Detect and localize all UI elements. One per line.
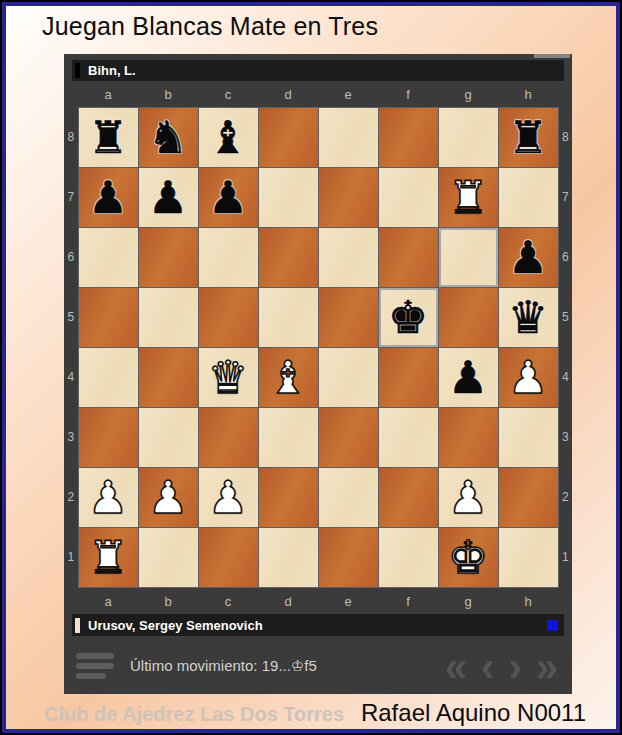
square-c3[interactable]: [199, 408, 258, 467]
square-h5[interactable]: ♛: [499, 288, 558, 347]
square-d3[interactable]: [259, 408, 318, 467]
square-b3[interactable]: [139, 408, 198, 467]
prev-move-button[interactable]: ‹: [481, 645, 494, 687]
square-c4[interactable]: ♛: [199, 348, 258, 407]
square-g5[interactable]: [439, 288, 498, 347]
square-h2[interactable]: [499, 468, 558, 527]
scrollbar-strip[interactable]: [534, 54, 570, 58]
square-a7[interactable]: ♟: [79, 168, 138, 227]
square-a3[interactable]: [79, 408, 138, 467]
white-side-chip: [75, 618, 80, 633]
file-label-f: f: [378, 594, 438, 609]
piece-white-king[interactable]: ♚: [448, 528, 488, 587]
rank-label-4: 4: [64, 370, 78, 384]
piece-black-knight[interactable]: ♞: [148, 108, 188, 167]
file-label-a: a: [78, 87, 138, 102]
square-f4[interactable]: [379, 348, 438, 407]
piece-black-queen[interactable]: ♛: [508, 288, 548, 347]
rank-label-7: 7: [64, 190, 78, 204]
file-label-b: b: [138, 87, 198, 102]
square-h6[interactable]: ♟: [499, 228, 558, 287]
file-label-a: a: [78, 594, 138, 609]
square-c5[interactable]: [199, 288, 258, 347]
square-f7[interactable]: [379, 168, 438, 227]
square-g2[interactable]: ♟: [439, 468, 498, 527]
author-credit: Rafael Aquino N0011: [361, 699, 586, 727]
rank-label-7: 7: [559, 190, 573, 204]
club-watermark: Club de Ajedrez Las Dos Torres: [44, 703, 344, 726]
piece-white-queen[interactable]: ♛: [208, 348, 248, 407]
square-c6[interactable]: [199, 228, 258, 287]
square-g8[interactable]: [439, 108, 498, 167]
square-c1[interactable]: [199, 528, 258, 587]
square-g4[interactable]: ♟: [439, 348, 498, 407]
square-e1[interactable]: [319, 528, 378, 587]
square-f8[interactable]: [379, 108, 438, 167]
page-title: Juegan Blancas Mate en Tres: [42, 12, 378, 41]
square-e6[interactable]: [319, 228, 378, 287]
rank-label-8: 8: [559, 130, 573, 144]
piece-white-pawn[interactable]: ♟: [148, 468, 188, 527]
file-coordinates-top: abcdefgh: [78, 81, 572, 107]
square-a2[interactable]: ♟: [79, 468, 138, 527]
square-a1[interactable]: ♜: [79, 528, 138, 587]
rank-label-2: 2: [64, 490, 78, 504]
square-g7[interactable]: ♜: [439, 168, 498, 227]
square-b8[interactable]: ♞: [139, 108, 198, 167]
square-d2[interactable]: [259, 468, 318, 527]
square-a8[interactable]: ♜: [79, 108, 138, 167]
menu-icon[interactable]: [76, 653, 114, 679]
square-d5[interactable]: [259, 288, 318, 347]
square-e5[interactable]: [319, 288, 378, 347]
square-g3[interactable]: [439, 408, 498, 467]
piece-black-pawn[interactable]: ♟: [448, 348, 488, 407]
next-move-button[interactable]: ›: [508, 645, 521, 687]
file-label-c: c: [198, 594, 258, 609]
square-h7[interactable]: [499, 168, 558, 227]
file-label-g: g: [438, 87, 498, 102]
top-player-bar: Bihn, L.: [72, 60, 564, 81]
rank-label-8: 8: [64, 130, 78, 144]
bottom-player-bar: Urusov, Sergey Semenovich: [72, 614, 564, 636]
square-d4[interactable]: ♝: [259, 348, 318, 407]
file-label-d: d: [258, 87, 318, 102]
file-label-e: e: [318, 87, 378, 102]
square-b7[interactable]: ♟: [139, 168, 198, 227]
bottom-player-name: Urusov, Sergey Semenovich: [88, 618, 263, 633]
rank-label-5: 5: [559, 310, 573, 324]
square-h3[interactable]: [499, 408, 558, 467]
piece-black-pawn[interactable]: ♟: [208, 168, 248, 227]
square-b1[interactable]: [139, 528, 198, 587]
square-b2[interactable]: ♟: [139, 468, 198, 527]
file-label-h: h: [498, 87, 558, 102]
piece-black-king[interactable]: ♚: [388, 288, 428, 347]
square-a5[interactable]: [79, 288, 138, 347]
file-label-e: e: [318, 594, 378, 609]
rank-label-2: 2: [559, 490, 573, 504]
rank-label-1: 1: [559, 550, 573, 564]
menu-icon-bar: [76, 673, 106, 679]
turn-indicator-square: [547, 620, 558, 631]
chess-board[interactable]: ♜♞♝♜♟♟♟♜♟♚♛♛♝♟♟♟♟♟♟♜♚: [78, 107, 559, 588]
piece-black-rook[interactable]: ♜: [88, 108, 128, 167]
piece-white-rook[interactable]: ♜: [88, 528, 128, 587]
rank-label-1: 1: [64, 550, 78, 564]
board-area: 87654321 ♜♞♝♜♟♟♟♜♟♚♛♛♝♟♟♟♟♟♟♜♚ 87654321: [64, 107, 572, 588]
board-toolbar: Último movimiento: 19...♔f5 «‹›»: [74, 645, 562, 687]
square-d7[interactable]: [259, 168, 318, 227]
piece-black-rook[interactable]: ♜: [508, 108, 548, 167]
square-c8[interactable]: ♝: [199, 108, 258, 167]
square-d8[interactable]: [259, 108, 318, 167]
black-side-chip: [75, 63, 80, 78]
square-f3[interactable]: [379, 408, 438, 467]
square-b5[interactable]: [139, 288, 198, 347]
piece-white-rook[interactable]: ♜: [448, 168, 488, 227]
chess-board-panel: Bihn, L. abcdefgh 87654321 ♜♞♝♜♟♟♟♜♟♚♛♛♝…: [64, 54, 572, 694]
piece-white-pawn[interactable]: ♟: [448, 468, 488, 527]
rank-label-6: 6: [64, 250, 78, 264]
rank-label-6: 6: [559, 250, 573, 264]
square-c2[interactable]: ♟: [199, 468, 258, 527]
square-h1[interactable]: [499, 528, 558, 587]
square-f6[interactable]: [379, 228, 438, 287]
piece-white-pawn[interactable]: ♟: [208, 468, 248, 527]
piece-white-bishop[interactable]: ♝: [268, 348, 308, 407]
square-c7[interactable]: ♟: [199, 168, 258, 227]
menu-icon-bar: [76, 663, 114, 669]
square-f5[interactable]: ♚: [379, 288, 438, 347]
rank-label-3: 3: [559, 430, 573, 444]
menu-icon-bar: [76, 653, 114, 659]
file-label-f: f: [378, 87, 438, 102]
square-h8[interactable]: ♜: [499, 108, 558, 167]
square-b6[interactable]: [139, 228, 198, 287]
square-e3[interactable]: [319, 408, 378, 467]
file-label-c: c: [198, 87, 258, 102]
rank-label-5: 5: [64, 310, 78, 324]
top-player-name: Bihn, L.: [88, 63, 136, 78]
square-g6[interactable]: [439, 228, 498, 287]
move-navigation: «‹›»: [445, 646, 558, 686]
piece-white-pawn[interactable]: ♟: [88, 468, 128, 527]
square-e4[interactable]: [319, 348, 378, 407]
rank-label-3: 3: [64, 430, 78, 444]
first-move-button[interactable]: «: [445, 645, 467, 687]
square-d6[interactable]: [259, 228, 318, 287]
piece-black-pawn[interactable]: ♟: [88, 168, 128, 227]
square-e7[interactable]: [319, 168, 378, 227]
footer: Club de Ajedrez Las Dos Torres Rafael Aq…: [2, 699, 620, 727]
square-f2[interactable]: [379, 468, 438, 527]
square-e2[interactable]: [319, 468, 378, 527]
square-b4[interactable]: [139, 348, 198, 407]
file-label-h: h: [498, 594, 558, 609]
file-label-b: b: [138, 594, 198, 609]
rank-coordinates-right: 87654321: [559, 107, 573, 588]
piece-black-pawn[interactable]: ♟: [148, 168, 188, 227]
rank-label-4: 4: [559, 370, 573, 384]
last-move-label: Último movimiento: 19...♔f5: [130, 657, 317, 675]
square-e8[interactable]: [319, 108, 378, 167]
square-a6[interactable]: [79, 228, 138, 287]
last-move-button[interactable]: »: [536, 645, 558, 687]
square-a4[interactable]: [79, 348, 138, 407]
piece-black-pawn[interactable]: ♟: [508, 228, 548, 287]
file-label-d: d: [258, 594, 318, 609]
rank-coordinates-left: 87654321: [64, 107, 78, 588]
file-label-g: g: [438, 594, 498, 609]
square-h4[interactable]: ♟: [499, 348, 558, 407]
piece-black-bishop[interactable]: ♝: [208, 108, 248, 167]
square-d1[interactable]: [259, 528, 318, 587]
square-f1[interactable]: [379, 528, 438, 587]
file-coordinates-bottom: abcdefgh: [78, 588, 572, 614]
square-g1[interactable]: ♚: [439, 528, 498, 587]
piece-white-pawn[interactable]: ♟: [508, 348, 548, 407]
app-window: Juegan Blancas Mate en Tres Bihn, L. abc…: [0, 0, 622, 735]
